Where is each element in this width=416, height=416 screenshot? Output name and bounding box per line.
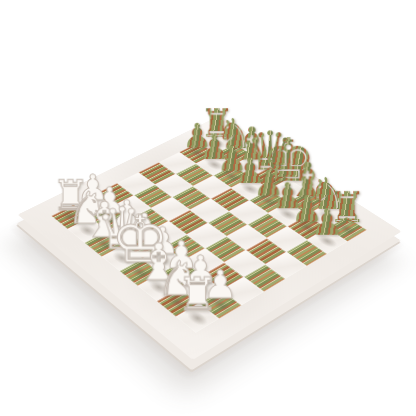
chess-board: ♜♞♝♛♚♝♞♜♟♟♟♟♟♟♟♟♟♟♟♟♟♟♟♟♜♞♝♛♚♝♞♜	[18, 115, 402, 360]
piece-white-rook: ♜	[165, 272, 231, 318]
piece-green-pawn: ♟	[297, 204, 358, 241]
product-photo: ♜♞♝♛♚♝♞♜♟♟♟♟♟♟♟♟♟♟♟♟♟♟♟♟♜♞♝♛♚♝♞♜	[0, 0, 416, 416]
board-grid: ♜♞♝♛♚♝♞♜♟♟♟♟♟♟♟♟♟♟♟♟♟♟♟♟♜♞♝♛♚♝♞♜	[51, 133, 367, 333]
chess-scene: ♜♞♝♛♚♝♞♜♟♟♟♟♟♟♟♟♟♟♟♟♟♟♟♟♜♞♝♛♚♝♞♜	[0, 0, 416, 416]
